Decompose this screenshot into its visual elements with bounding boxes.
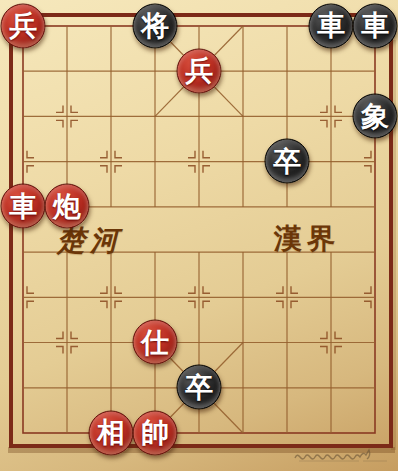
board-point-0-0[interactable]: 兵 — [1, 3, 45, 48]
board-point-8-5[interactable] — [353, 229, 397, 274]
piece-black-soldier[interactable]: 卒 — [265, 139, 310, 184]
board-point-7-3[interactable] — [309, 139, 353, 184]
board-point-1-2[interactable] — [45, 93, 89, 138]
board-point-6-6[interactable] — [265, 274, 309, 319]
board-point-1-7[interactable] — [45, 320, 89, 365]
board-point-7-6[interactable] — [309, 274, 353, 319]
board-point-5-9[interactable] — [221, 410, 265, 455]
board-point-8-2[interactable]: 象 — [353, 93, 397, 138]
board-point-7-1[interactable] — [309, 48, 353, 93]
board-point-2-4[interactable] — [89, 184, 133, 229]
board-point-1-0[interactable] — [45, 3, 89, 48]
board-point-1-8[interactable] — [45, 365, 89, 410]
piece-red-elephant[interactable]: 相 — [89, 410, 134, 455]
board-point-5-3[interactable] — [221, 139, 265, 184]
board-point-3-5[interactable] — [133, 229, 177, 274]
board-point-6-7[interactable] — [265, 320, 309, 365]
board-point-3-9[interactable]: 帥 — [133, 410, 177, 455]
piece-black-chariot[interactable]: 車 — [309, 3, 354, 48]
board-point-2-9[interactable]: 相 — [89, 410, 133, 455]
board-point-7-2[interactable] — [309, 93, 353, 138]
board-point-4-4[interactable] — [177, 184, 221, 229]
board-point-3-6[interactable] — [133, 274, 177, 319]
piece-red-general[interactable]: 帥 — [133, 410, 178, 455]
board-point-2-0[interactable] — [89, 3, 133, 48]
piece-red-cannon[interactable]: 炮 — [45, 184, 90, 229]
board-point-4-9[interactable] — [177, 410, 221, 455]
board-grid: 兵将車車兵象卒車炮仕卒相帥 — [1, 3, 397, 455]
board-point-5-2[interactable] — [221, 93, 265, 138]
board-point-4-6[interactable] — [177, 274, 221, 319]
board-point-4-3[interactable] — [177, 139, 221, 184]
board-point-8-6[interactable] — [353, 274, 397, 319]
board-point-2-7[interactable] — [89, 320, 133, 365]
board-point-8-1[interactable] — [353, 48, 397, 93]
board-point-0-3[interactable] — [1, 139, 45, 184]
piece-red-soldier[interactable]: 兵 — [177, 48, 222, 93]
board-point-1-1[interactable] — [45, 48, 89, 93]
board-point-0-7[interactable] — [1, 320, 45, 365]
board-point-6-0[interactable] — [265, 3, 309, 48]
board-point-3-4[interactable] — [133, 184, 177, 229]
board-point-5-4[interactable] — [221, 184, 265, 229]
xiangqi-board: 楚河 漢界 兵将車車兵象卒車炮仕卒相帥 — [0, 0, 398, 471]
board-point-3-3[interactable] — [133, 139, 177, 184]
piece-black-soldier[interactable]: 卒 — [177, 365, 222, 410]
board-point-2-6[interactable] — [89, 274, 133, 319]
board-point-1-3[interactable] — [45, 139, 89, 184]
board-point-6-1[interactable] — [265, 48, 309, 93]
board-point-2-2[interactable] — [89, 93, 133, 138]
board-point-0-6[interactable] — [1, 274, 45, 319]
board-point-7-0[interactable]: 車 — [309, 3, 353, 48]
board-point-4-1[interactable]: 兵 — [177, 48, 221, 93]
board-point-0-4[interactable]: 車 — [1, 184, 45, 229]
board-point-4-5[interactable] — [177, 229, 221, 274]
board-point-1-9[interactable] — [45, 410, 89, 455]
board-point-2-8[interactable] — [89, 365, 133, 410]
board-point-6-4[interactable] — [265, 184, 309, 229]
board-point-5-7[interactable] — [221, 320, 265, 365]
board-point-0-2[interactable] — [1, 93, 45, 138]
board-point-8-0[interactable]: 車 — [353, 3, 397, 48]
piece-black-elephant[interactable]: 象 — [353, 94, 398, 139]
board-point-5-0[interactable] — [221, 3, 265, 48]
board-point-2-1[interactable] — [89, 48, 133, 93]
board-point-5-6[interactable] — [221, 274, 265, 319]
board-point-4-8[interactable]: 卒 — [177, 365, 221, 410]
board-point-0-1[interactable] — [1, 48, 45, 93]
board-point-7-8[interactable] — [309, 365, 353, 410]
board-point-3-2[interactable] — [133, 93, 177, 138]
board-point-6-3[interactable]: 卒 — [265, 139, 309, 184]
board-point-1-4[interactable]: 炮 — [45, 184, 89, 229]
board-point-7-7[interactable] — [309, 320, 353, 365]
board-point-6-5[interactable] — [265, 229, 309, 274]
piece-red-chariot[interactable]: 車 — [1, 184, 46, 229]
board-point-1-6[interactable] — [45, 274, 89, 319]
board-point-5-8[interactable] — [221, 365, 265, 410]
board-point-8-3[interactable] — [353, 139, 397, 184]
board-point-0-5[interactable] — [1, 229, 45, 274]
signature-scribble-watermark — [293, 448, 391, 464]
board-point-7-5[interactable] — [309, 229, 353, 274]
board-point-7-4[interactable] — [309, 184, 353, 229]
piece-black-chariot[interactable]: 車 — [353, 3, 398, 48]
piece-red-soldier[interactable]: 兵 — [1, 3, 46, 48]
board-point-2-5[interactable] — [89, 229, 133, 274]
board-point-8-4[interactable] — [353, 184, 397, 229]
board-point-0-8[interactable] — [1, 365, 45, 410]
board-point-5-1[interactable] — [221, 48, 265, 93]
board-point-8-8[interactable] — [353, 365, 397, 410]
board-point-4-7[interactable] — [177, 320, 221, 365]
piece-black-general[interactable]: 将 — [133, 3, 178, 48]
board-point-6-2[interactable] — [265, 93, 309, 138]
board-point-4-0[interactable] — [177, 3, 221, 48]
board-point-6-8[interactable] — [265, 365, 309, 410]
board-point-3-1[interactable] — [133, 48, 177, 93]
board-point-3-7[interactable]: 仕 — [133, 320, 177, 365]
board-point-5-5[interactable] — [221, 229, 265, 274]
board-point-4-2[interactable] — [177, 93, 221, 138]
piece-red-advisor[interactable]: 仕 — [133, 320, 178, 365]
board-point-3-0[interactable]: 将 — [133, 3, 177, 48]
board-point-8-7[interactable] — [353, 320, 397, 365]
board-point-2-3[interactable] — [89, 139, 133, 184]
board-point-3-8[interactable] — [133, 365, 177, 410]
board-point-0-9[interactable] — [1, 410, 45, 455]
board-point-1-5[interactable] — [45, 229, 89, 274]
